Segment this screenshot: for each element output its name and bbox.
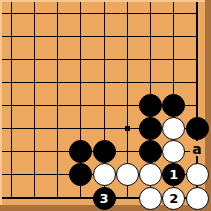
white-stone [139, 187, 162, 210]
board-horizontal-line [2, 82, 198, 83]
board-horizontal-line [2, 59, 198, 60]
black-stone: 1 [162, 163, 185, 186]
black-stone [162, 94, 185, 117]
board-vertical-line [57, 2, 58, 199]
annotated-point-a[interactable]: a [190, 141, 205, 156]
black-stone [93, 140, 116, 163]
black-stone [139, 94, 162, 117]
white-stone [93, 163, 116, 186]
white-stone [139, 163, 162, 186]
black-stone [139, 117, 162, 140]
board-vertical-line [11, 2, 12, 199]
white-stone: 2 [162, 187, 185, 210]
board-vertical-line [34, 2, 35, 199]
star-point-hoshi [125, 126, 130, 131]
white-stone [162, 117, 185, 140]
go-board-diagram[interactable]: 132a [0, 0, 211, 211]
white-stone [186, 163, 209, 186]
move-number-label: 1 [169, 168, 178, 181]
white-stone [186, 187, 209, 210]
black-stone [139, 140, 162, 163]
black-stone [69, 140, 92, 163]
board-edge-highlight-top [0, 0, 211, 2]
board-horizontal-line [2, 13, 198, 14]
black-stone: 3 [93, 187, 116, 210]
black-stone [186, 117, 209, 140]
board-horizontal-line [2, 36, 198, 37]
black-stone [69, 163, 92, 186]
move-number-label: 3 [99, 192, 108, 205]
white-stone [116, 163, 139, 186]
white-stone [162, 140, 185, 163]
move-number-label: 2 [169, 192, 178, 205]
